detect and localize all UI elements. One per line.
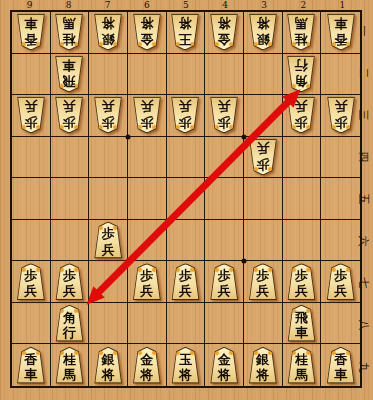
koma-kanji: 歩 [334,267,347,282]
square-89[interactable]: 桂馬 [51,344,90,386]
koma-shape: 飛車 [54,55,84,92]
koma-kanji: 馬 [295,16,308,31]
koma-kanji: 車 [295,324,308,339]
square-94[interactable] [12,137,51,179]
piece-sente-gyokusho-59[interactable]: 玉将 [170,347,200,384]
koma-shape: 歩兵 [54,97,84,134]
koma-kanji: 将 [179,366,192,381]
koma-kanji: 将 [218,16,231,31]
square-87[interactable]: 歩兵 [51,261,90,303]
square-91[interactable]: 香車 [12,12,51,54]
koma-shape: 金将 [132,14,162,51]
koma-face: 桂馬 [287,348,315,383]
koma-kanji: 歩 [63,114,76,129]
square-72[interactable] [89,54,128,96]
koma-kanji: 馬 [63,16,76,31]
square-48[interactable] [205,303,244,345]
file-label-5: 5 [166,0,205,10]
koma-face: 王将 [171,15,199,50]
piece-gote-fuhyo-83[interactable]: 歩兵 [54,97,84,134]
koma-kanji: 兵 [140,99,153,114]
square-14[interactable] [321,137,360,179]
piece-gote-kyosha-91[interactable]: 香車 [16,14,46,51]
piece-gote-fuhyo-13[interactable]: 歩兵 [326,97,356,134]
koma-face: 歩兵 [55,98,83,133]
square-92[interactable] [12,54,51,96]
square-41[interactable]: 金将 [205,12,244,54]
koma-kanji: 歩 [295,114,308,129]
piece-gote-fuhyo-34[interactable]: 歩兵 [248,138,278,175]
koma-shape: 香車 [16,14,46,51]
koma-kanji: 金 [140,31,153,46]
square-35[interactable] [244,178,283,220]
koma-shape: 歩兵 [93,97,123,134]
koma-face: 歩兵 [210,98,238,133]
square-18[interactable] [321,303,360,345]
piece-sente-fuhyo-37[interactable]: 歩兵 [248,263,278,300]
file-label-2: 2 [284,0,323,10]
shogi-board: 香車桂馬銀将金将王将金将銀将桂馬香車飛車角行歩兵歩兵歩兵歩兵歩兵歩兵歩兵歩兵歩兵… [10,10,362,388]
koma-shape: 歩兵 [286,97,316,134]
square-13[interactable]: 歩兵 [321,95,360,137]
koma-kanji: 車 [334,366,347,381]
koma-kanji: 飛 [63,73,76,88]
file-label-3: 3 [245,0,284,10]
koma-face: 歩兵 [287,264,315,299]
square-68[interactable] [128,303,167,345]
koma-face: 飛車 [55,56,83,91]
koma-face: 香車 [17,15,45,50]
koma-kanji: 桂 [295,351,308,366]
koma-kanji: 歩 [63,267,76,282]
piece-sente-fuhyo-17[interactable]: 歩兵 [326,263,356,300]
piece-sente-ginsho-79[interactable]: 銀将 [93,347,123,384]
koma-shape: 桂馬 [54,347,84,384]
koma-kanji: 将 [140,16,153,31]
square-34[interactable]: 歩兵 [244,137,283,179]
koma-kanji: 将 [102,366,115,381]
koma-face: 銀将 [249,15,277,50]
square-24[interactable] [283,137,322,179]
koma-shape: 歩兵 [209,97,239,134]
koma-face: 桂馬 [55,15,83,50]
koma-face: 歩兵 [249,139,277,174]
koma-kanji: 将 [140,366,153,381]
piece-sente-kakugyo-88[interactable]: 角行 [54,305,84,342]
koma-face: 角行 [287,56,315,91]
square-28[interactable]: 飛車 [283,303,322,345]
koma-kanji: 車 [24,366,37,381]
koma-face: 金将 [210,15,238,50]
koma-face: 香車 [327,348,355,383]
koma-kanji: 将 [179,16,192,31]
square-98[interactable] [12,303,51,345]
square-82[interactable]: 飛車 [51,54,90,96]
koma-kanji: 歩 [102,114,115,129]
square-33[interactable] [244,95,283,137]
piece-gote-kinsho-41[interactable]: 金将 [209,14,239,51]
koma-shape: 金将 [209,347,239,384]
square-85[interactable] [51,178,90,220]
piece-gote-fuhyo-53[interactable]: 歩兵 [170,97,200,134]
koma-face: 金将 [133,15,161,50]
koma-kanji: 歩 [24,267,37,282]
square-54[interactable] [167,137,206,179]
koma-face: 角行 [55,306,83,341]
koma-shape: 歩兵 [326,263,356,300]
square-38[interactable] [244,303,283,345]
square-51[interactable]: 王将 [167,12,206,54]
koma-kanji: 歩 [256,267,269,282]
square-59[interactable]: 玉将 [167,344,206,386]
piece-gote-fuhyo-43[interactable]: 歩兵 [209,97,239,134]
star-point [242,259,247,264]
koma-kanji: 兵 [63,99,76,114]
koma-shape: 銀将 [93,347,123,384]
koma-shape: 桂馬 [54,14,84,51]
piece-sente-fuhyo-47[interactable]: 歩兵 [209,263,239,300]
piece-gote-fuhyo-23[interactable]: 歩兵 [286,97,316,134]
koma-face: 歩兵 [94,223,122,258]
square-67[interactable]: 歩兵 [128,261,167,303]
koma-kanji: 歩 [256,156,269,171]
koma-shape: 桂馬 [286,347,316,384]
koma-face: 金将 [210,348,238,383]
koma-kanji: 兵 [24,99,37,114]
koma-kanji: 兵 [24,283,37,298]
piece-sente-fuhyo-27[interactable]: 歩兵 [286,263,316,300]
koma-kanji: 車 [63,57,76,72]
square-22[interactable]: 角行 [283,54,322,96]
piece-sente-fuhyo-57[interactable]: 歩兵 [170,263,200,300]
koma-face: 歩兵 [171,264,199,299]
koma-face: 桂馬 [55,348,83,383]
file-label-4: 4 [206,0,245,10]
square-58[interactable] [167,303,206,345]
koma-kanji: 兵 [295,283,308,298]
koma-kanji: 香 [334,351,347,366]
koma-kanji: 歩 [179,267,192,282]
koma-face: 歩兵 [327,98,355,133]
square-37[interactable]: 歩兵 [244,261,283,303]
piece-sente-ginsho-39[interactable]: 銀将 [248,347,278,384]
koma-kanji: 行 [295,57,308,72]
square-47[interactable]: 歩兵 [205,261,244,303]
koma-face: 歩兵 [94,98,122,133]
shogi-app: 987654321 一二三四五六七八九 香車桂馬銀将金将王将金将銀将桂馬香車飛車… [0,0,373,400]
koma-kanji: 兵 [295,99,308,114]
koma-kanji: 歩 [218,267,231,282]
koma-face: 歩兵 [133,264,161,299]
square-69[interactable]: 金将 [128,344,167,386]
square-77[interactable] [89,261,128,303]
koma-kanji: 歩 [179,114,192,129]
koma-shape: 銀将 [248,347,278,384]
square-99[interactable]: 香車 [12,344,51,386]
square-44[interactable] [205,137,244,179]
piece-gote-kakugyo-22[interactable]: 角行 [286,55,316,92]
file-label-7: 7 [88,0,127,10]
square-49[interactable]: 金将 [205,344,244,386]
koma-shape: 銀将 [248,14,278,51]
koma-shape: 玉将 [170,347,200,384]
koma-face: 飛車 [287,306,315,341]
koma-shape: 歩兵 [16,263,46,300]
square-95[interactable] [12,178,51,220]
square-76[interactable]: 歩兵 [89,220,128,262]
koma-kanji: 玉 [179,351,192,366]
piece-gote-hisha-82[interactable]: 飛車 [54,55,84,92]
koma-kanji: 金 [218,351,231,366]
koma-face: 香車 [17,348,45,383]
square-31[interactable]: 銀将 [244,12,283,54]
square-23[interactable]: 歩兵 [283,95,322,137]
koma-face: 歩兵 [210,264,238,299]
piece-gote-kinsho-61[interactable]: 金将 [132,14,162,51]
koma-face: 歩兵 [17,264,45,299]
koma-kanji: 将 [102,16,115,31]
koma-face: 銀将 [249,348,277,383]
koma-shape: 王将 [170,14,200,51]
koma-shape: 歩兵 [170,97,200,134]
star-point [126,134,131,139]
koma-kanji: 銀 [256,31,269,46]
square-43[interactable]: 歩兵 [205,95,244,137]
square-45[interactable] [205,178,244,220]
square-27[interactable]: 歩兵 [283,261,322,303]
koma-kanji: 桂 [295,31,308,46]
square-63[interactable]: 歩兵 [128,95,167,137]
file-label-1: 1 [323,0,362,10]
koma-shape: 金将 [209,14,239,51]
koma-shape: 飛車 [286,305,316,342]
koma-kanji: 兵 [63,283,76,298]
square-55[interactable] [167,178,206,220]
koma-face: 歩兵 [249,264,277,299]
koma-shape: 香車 [326,347,356,384]
koma-shape: 歩兵 [132,263,162,300]
square-74[interactable] [89,137,128,179]
koma-shape: 歩兵 [93,222,123,259]
square-21[interactable]: 桂馬 [283,12,322,54]
koma-shape: 歩兵 [286,263,316,300]
koma-kanji: 兵 [140,283,153,298]
koma-kanji: 歩 [334,114,347,129]
piece-sente-fuhyo-67[interactable]: 歩兵 [132,263,162,300]
piece-sente-fuhyo-76[interactable]: 歩兵 [93,222,123,259]
koma-face: 歩兵 [171,98,199,133]
koma-kanji: 兵 [218,99,231,114]
piece-gote-fuhyo-93[interactable]: 歩兵 [16,97,46,134]
square-52[interactable] [167,54,206,96]
koma-shape: 歩兵 [54,263,84,300]
koma-kanji: 馬 [295,366,308,381]
star-point [126,259,131,264]
square-78[interactable] [89,303,128,345]
koma-face: 金将 [133,348,161,383]
koma-kanji: 角 [63,309,76,324]
koma-shape: 桂馬 [286,14,316,51]
square-73[interactable]: 歩兵 [89,95,128,137]
square-86[interactable] [51,220,90,262]
koma-face: 歩兵 [133,98,161,133]
square-64[interactable] [128,137,167,179]
square-66[interactable] [128,220,167,262]
piece-sente-kyosha-19[interactable]: 香車 [326,347,356,384]
piece-gote-kyosha-11[interactable]: 香車 [326,14,356,51]
koma-shape: 歩兵 [248,138,278,175]
koma-kanji: 将 [256,366,269,381]
koma-kanji: 香 [334,31,347,46]
koma-kanji: 兵 [256,140,269,155]
square-75[interactable] [89,178,128,220]
koma-kanji: 兵 [179,283,192,298]
square-36[interactable] [244,220,283,262]
koma-shape: 歩兵 [248,263,278,300]
koma-kanji: 兵 [102,241,115,256]
koma-kanji: 金 [140,351,153,366]
koma-kanji: 飛 [295,309,308,324]
koma-kanji: 銀 [256,351,269,366]
square-83[interactable]: 歩兵 [51,95,90,137]
piece-sente-fuhyo-87[interactable]: 歩兵 [54,263,84,300]
piece-sente-keima-89[interactable]: 桂馬 [54,347,84,384]
koma-kanji: 歩 [140,267,153,282]
square-11[interactable]: 香車 [321,12,360,54]
square-26[interactable] [283,220,322,262]
koma-shape: 歩兵 [16,97,46,134]
square-16[interactable] [321,220,360,262]
file-label-9: 9 [10,0,49,10]
koma-face: 桂馬 [287,15,315,50]
koma-face: 歩兵 [17,98,45,133]
square-96[interactable] [12,220,51,262]
square-79[interactable]: 銀将 [89,344,128,386]
koma-shape: 金将 [132,347,162,384]
square-17[interactable]: 歩兵 [321,261,360,303]
koma-kanji: 馬 [63,366,76,381]
koma-kanji: 桂 [63,351,76,366]
koma-shape: 歩兵 [209,263,239,300]
piece-sente-kinsho-49[interactable]: 金将 [209,347,239,384]
square-57[interactable]: 歩兵 [167,261,206,303]
square-62[interactable] [128,54,167,96]
koma-kanji: 歩 [102,226,115,241]
koma-kanji: 歩 [295,267,308,282]
koma-kanji: 香 [24,31,37,46]
square-65[interactable] [128,178,167,220]
koma-kanji: 兵 [179,99,192,114]
koma-face: 歩兵 [287,98,315,133]
square-88[interactable]: 角行 [51,303,90,345]
square-39[interactable]: 銀将 [244,344,283,386]
square-93[interactable]: 歩兵 [12,95,51,137]
square-46[interactable] [205,220,244,262]
square-42[interactable] [205,54,244,96]
koma-face: 玉将 [171,348,199,383]
piece-gote-ginsho-71[interactable]: 銀将 [93,14,123,51]
koma-kanji: 兵 [334,283,347,298]
koma-kanji: 行 [63,324,76,339]
koma-kanji: 車 [334,16,347,31]
koma-shape: 角行 [286,55,316,92]
piece-gote-fuhyo-63[interactable]: 歩兵 [132,97,162,134]
koma-kanji: 歩 [218,114,231,129]
koma-kanji: 金 [218,31,231,46]
koma-kanji: 歩 [140,114,153,129]
piece-gote-osho-51[interactable]: 王将 [170,14,200,51]
koma-face: 歩兵 [55,264,83,299]
square-81[interactable]: 桂馬 [51,12,90,54]
koma-face: 香車 [327,15,355,50]
square-25[interactable] [283,178,322,220]
piece-sente-kinsho-69[interactable]: 金将 [132,347,162,384]
koma-kanji: 兵 [334,99,347,114]
koma-shape: 香車 [326,14,356,51]
square-71[interactable]: 銀将 [89,12,128,54]
koma-kanji: 香 [24,351,37,366]
koma-kanji: 桂 [63,31,76,46]
koma-kanji: 兵 [256,283,269,298]
koma-shape: 歩兵 [170,263,200,300]
koma-face: 銀将 [94,15,122,50]
square-97[interactable]: 歩兵 [12,261,51,303]
piece-sente-keima-29[interactable]: 桂馬 [286,347,316,384]
piece-gote-ginsho-31[interactable]: 銀将 [248,14,278,51]
file-label-8: 8 [49,0,88,10]
koma-shape: 歩兵 [132,97,162,134]
koma-shape: 香車 [16,347,46,384]
star-point [242,134,247,139]
koma-face: 歩兵 [327,264,355,299]
koma-kanji: 将 [256,16,269,31]
square-12[interactable] [321,54,360,96]
piece-sente-fuhyo-97[interactable]: 歩兵 [16,263,46,300]
piece-gote-fuhyo-73[interactable]: 歩兵 [93,97,123,134]
square-29[interactable]: 桂馬 [283,344,322,386]
square-61[interactable]: 金将 [128,12,167,54]
koma-kanji: 歩 [24,114,37,129]
koma-kanji: 車 [24,16,37,31]
piece-gote-keima-81[interactable]: 桂馬 [54,14,84,51]
square-56[interactable] [167,220,206,262]
square-32[interactable] [244,54,283,96]
koma-kanji: 銀 [102,31,115,46]
koma-kanji: 将 [218,366,231,381]
square-19[interactable]: 香車 [321,344,360,386]
koma-shape: 角行 [54,305,84,342]
piece-sente-hisha-28[interactable]: 飛車 [286,305,316,342]
koma-kanji: 兵 [102,99,115,114]
koma-kanji: 王 [179,31,192,46]
koma-shape: 歩兵 [326,97,356,134]
piece-gote-keima-21[interactable]: 桂馬 [286,14,316,51]
koma-kanji: 兵 [218,283,231,298]
koma-shape: 銀将 [93,14,123,51]
koma-kanji: 角 [295,73,308,88]
square-15[interactable] [321,178,360,220]
piece-sente-kyosha-99[interactable]: 香車 [16,347,46,384]
koma-kanji: 銀 [102,351,115,366]
file-label-6: 6 [127,0,166,10]
square-84[interactable] [51,137,90,179]
square-53[interactable]: 歩兵 [167,95,206,137]
koma-face: 銀将 [94,348,122,383]
